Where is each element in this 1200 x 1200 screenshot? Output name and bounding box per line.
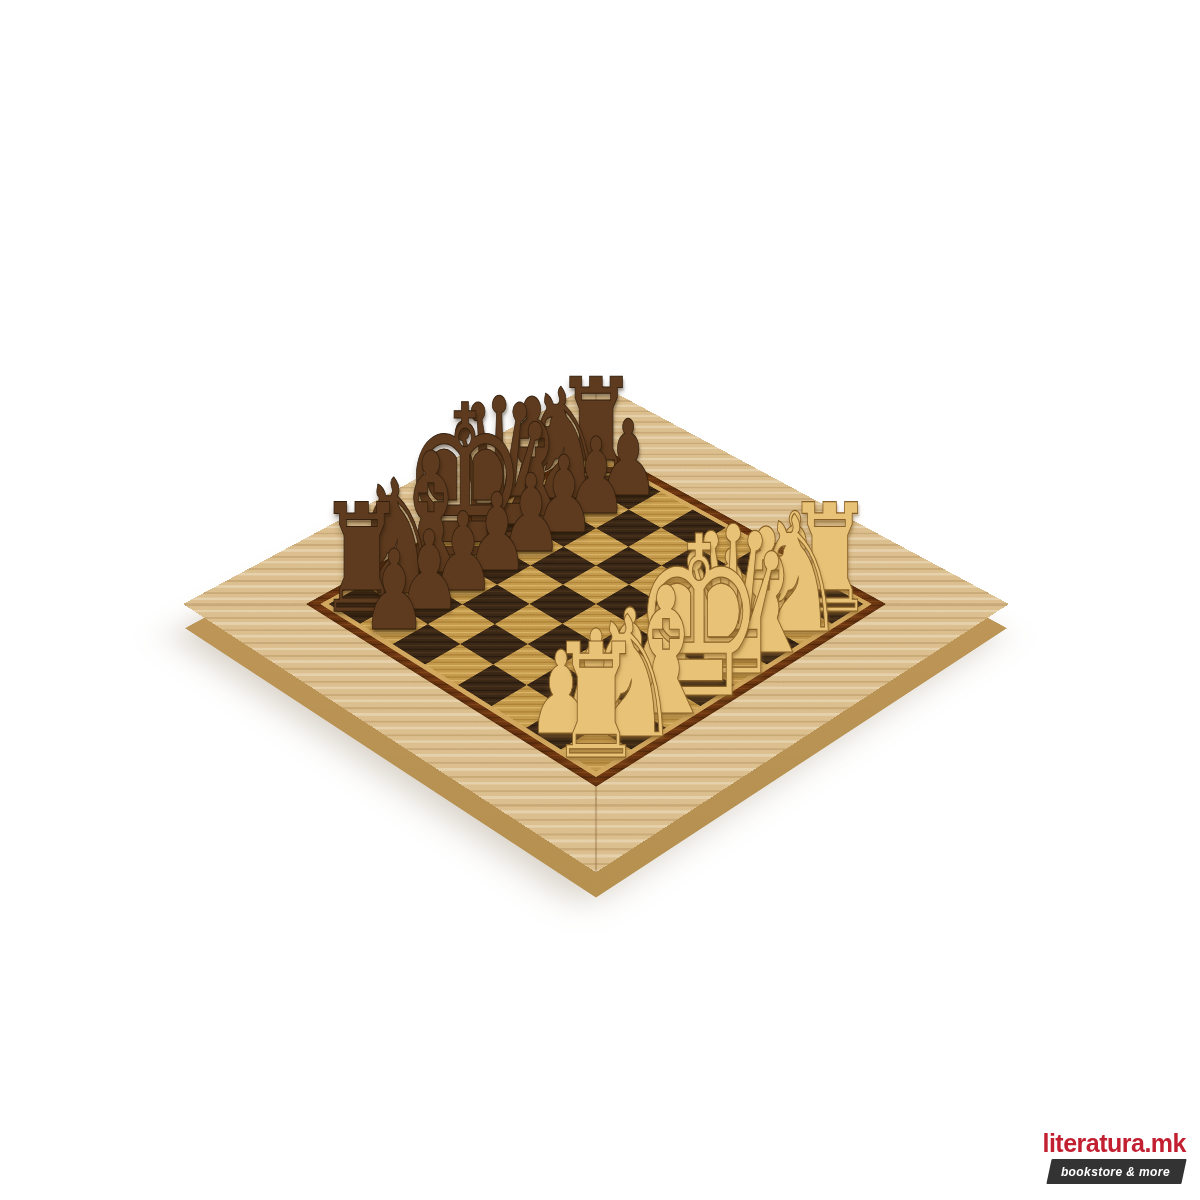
chess-board-frame <box>183 382 1009 872</box>
brand-logo: literatura.mk bookstore & more <box>1042 1130 1186 1184</box>
brand-tagline: bookstore & more <box>1061 1165 1170 1179</box>
chessboard <box>320 452 872 778</box>
brand-name: literatura.mk <box>1042 1130 1186 1156</box>
product-photo-scene: ♜♞♟♝♟♛♟♚♟♝♟♞♟♟♜♟♟♜♟♟♞♟♝♟♛♟♚♟♝♟♞♜ literat… <box>0 0 1200 1200</box>
brand-tagline-banner: bookstore & more <box>1046 1159 1186 1184</box>
